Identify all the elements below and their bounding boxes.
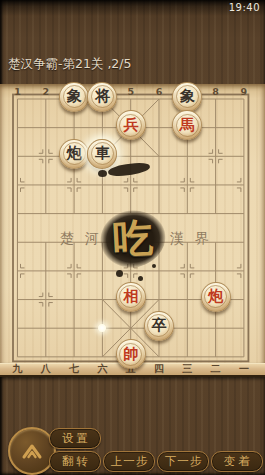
page-title: 楚汉争霸-第21关 ,2/5 [8,56,131,73]
piece-character: 象 [67,89,82,104]
piece-character: 馬 [180,117,195,132]
piece-red-horse[interactable]: 馬 [172,110,202,140]
chevron-up-icon [20,442,44,460]
settings-button[interactable]: 设置 [49,428,101,449]
capture-stamp-character: 吃 [112,217,154,259]
capture-stamp: 吃 [100,210,166,268]
xiangqi-board[interactable]: 123456789 楚河 漢界 九八七六五四三二一 象将象兵馬炮車相炮卒帥 吃 [0,84,265,374]
ink-splatter [98,170,107,177]
flip-button[interactable]: 翻转 [49,451,101,472]
piece-character: 相 [123,289,138,304]
piece-red-elephant[interactable]: 相 [116,282,146,312]
app-screen: 19:40 楚汉争霸-第21关 ,2/5 123456789 楚河 漢界 九八七… [0,0,265,475]
ink-splatter [152,264,156,268]
ink-splatter [138,276,143,281]
piece-character: 兵 [123,117,138,132]
piece-black-elephant[interactable]: 象 [172,82,202,112]
status-bar [0,0,265,16]
piece-character: 帥 [123,346,138,361]
piece-red-soldier[interactable]: 兵 [116,110,146,140]
piece-character: 将 [95,89,110,104]
piece-black-chariot[interactable]: 車 [87,139,117,169]
piece-character: 象 [180,89,195,104]
piece-black-cannon[interactable]: 炮 [59,139,89,169]
piece-red-cannon[interactable]: 炮 [201,282,231,312]
prev-step-button[interactable]: 上一步 [103,451,155,472]
piece-red-general[interactable]: 帥 [116,339,146,369]
piece-black-general[interactable]: 将 [87,82,117,112]
piece-black-soldier[interactable]: 卒 [144,311,174,341]
piece-character: 炮 [67,146,82,161]
piece-character: 車 [95,146,110,161]
ink-splatter [116,270,123,277]
piece-character: 炮 [208,289,223,304]
variation-button[interactable]: 变着 [211,451,263,472]
piece-character: 卒 [151,318,166,333]
piece-black-elephant[interactable]: 象 [59,82,89,112]
next-step-button[interactable]: 下一步 [157,451,209,472]
status-time: 19:40 [229,2,260,13]
